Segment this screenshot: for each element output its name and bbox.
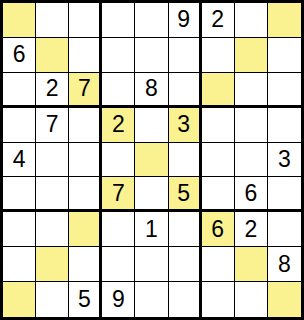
- sudoku-cell[interactable]: [202, 108, 235, 143]
- sudoku-cell[interactable]: [69, 143, 102, 178]
- sudoku-cell[interactable]: [3, 3, 36, 38]
- sudoku-cell[interactable]: [3, 212, 36, 247]
- sudoku-cell[interactable]: [3, 247, 36, 282]
- sudoku-cell[interactable]: [169, 247, 202, 282]
- sudoku-cell[interactable]: [235, 73, 268, 108]
- sudoku-cell-given[interactable]: 8: [135, 73, 168, 108]
- sudoku-cell[interactable]: [202, 177, 235, 212]
- sudoku-cell-given[interactable]: 2: [102, 108, 135, 143]
- sudoku-cell[interactable]: [135, 108, 168, 143]
- sudoku-cell[interactable]: [268, 212, 301, 247]
- sudoku-cell-given[interactable]: 5: [69, 282, 102, 317]
- sudoku-cell-given[interactable]: 3: [169, 108, 202, 143]
- sudoku-cell-given[interactable]: 7: [69, 73, 102, 108]
- sudoku-cell[interactable]: [202, 282, 235, 317]
- sudoku-cell[interactable]: [169, 143, 202, 178]
- sudoku-cell[interactable]: [36, 282, 69, 317]
- sudoku-cell[interactable]: [36, 177, 69, 212]
- sudoku-cell[interactable]: [102, 143, 135, 178]
- sudoku-cell[interactable]: [135, 282, 168, 317]
- sudoku-cell[interactable]: [169, 38, 202, 73]
- sudoku-cell[interactable]: [135, 177, 168, 212]
- sudoku-cell[interactable]: [268, 73, 301, 108]
- sudoku-cell[interactable]: [102, 38, 135, 73]
- sudoku-cell-given[interactable]: 9: [169, 3, 202, 38]
- sudoku-cell[interactable]: [135, 143, 168, 178]
- sudoku-cell[interactable]: [268, 38, 301, 73]
- sudoku-cell[interactable]: [69, 212, 102, 247]
- sudoku-cell-given[interactable]: 6: [202, 212, 235, 247]
- sudoku-cell-given[interactable]: 5: [169, 177, 202, 212]
- sudoku-cell[interactable]: [36, 212, 69, 247]
- sudoku-cell[interactable]: [202, 247, 235, 282]
- sudoku-cell[interactable]: [69, 3, 102, 38]
- sudoku-cell[interactable]: [102, 212, 135, 247]
- sudoku-cell[interactable]: [36, 143, 69, 178]
- sudoku-cell-given[interactable]: 6: [3, 38, 36, 73]
- sudoku-cell[interactable]: [202, 73, 235, 108]
- sudoku-cell[interactable]: [235, 108, 268, 143]
- sudoku-cell[interactable]: [69, 38, 102, 73]
- sudoku-cell[interactable]: [169, 282, 202, 317]
- sudoku-cell[interactable]: [135, 3, 168, 38]
- sudoku-cell[interactable]: [235, 282, 268, 317]
- sudoku-cell[interactable]: [69, 108, 102, 143]
- sudoku-cell-given[interactable]: 2: [235, 212, 268, 247]
- sudoku-cell[interactable]: [268, 282, 301, 317]
- sudoku-cell[interactable]: [202, 143, 235, 178]
- sudoku-cell[interactable]: [36, 3, 69, 38]
- sudoku-cell[interactable]: [3, 73, 36, 108]
- sudoku-cell-given[interactable]: 4: [3, 143, 36, 178]
- sudoku-cell[interactable]: [268, 108, 301, 143]
- sudoku-cell-given[interactable]: 8: [268, 247, 301, 282]
- sudoku-cell[interactable]: [3, 108, 36, 143]
- sudoku-cell-given[interactable]: 7: [36, 108, 69, 143]
- sudoku-cell[interactable]: [3, 177, 36, 212]
- sudoku-cell[interactable]: [169, 212, 202, 247]
- sudoku-board: 92627872343756162859: [0, 0, 304, 320]
- sudoku-cell[interactable]: [268, 3, 301, 38]
- sudoku-cell[interactable]: [36, 247, 69, 282]
- sudoku-cell[interactable]: [102, 3, 135, 38]
- sudoku-cell[interactable]: [235, 38, 268, 73]
- sudoku-cell[interactable]: [135, 38, 168, 73]
- sudoku-cell-given[interactable]: 6: [235, 177, 268, 212]
- sudoku-cell[interactable]: [235, 3, 268, 38]
- sudoku-cell-given[interactable]: 2: [36, 73, 69, 108]
- sudoku-cell-given[interactable]: 7: [102, 177, 135, 212]
- sudoku-cell-given[interactable]: 9: [102, 282, 135, 317]
- sudoku-cell-given[interactable]: 1: [135, 212, 168, 247]
- sudoku-cell-given[interactable]: 3: [268, 143, 301, 178]
- sudoku-cell-given[interactable]: 2: [202, 3, 235, 38]
- sudoku-cell[interactable]: [36, 38, 69, 73]
- sudoku-cell[interactable]: [169, 73, 202, 108]
- sudoku-cell[interactable]: [202, 38, 235, 73]
- sudoku-cell[interactable]: [102, 73, 135, 108]
- sudoku-cell[interactable]: [3, 282, 36, 317]
- sudoku-cell[interactable]: [135, 247, 168, 282]
- sudoku-cell[interactable]: [235, 143, 268, 178]
- sudoku-cell[interactable]: [268, 177, 301, 212]
- sudoku-cell[interactable]: [235, 247, 268, 282]
- sudoku-cell[interactable]: [69, 247, 102, 282]
- sudoku-cell[interactable]: [69, 177, 102, 212]
- sudoku-cell[interactable]: [102, 247, 135, 282]
